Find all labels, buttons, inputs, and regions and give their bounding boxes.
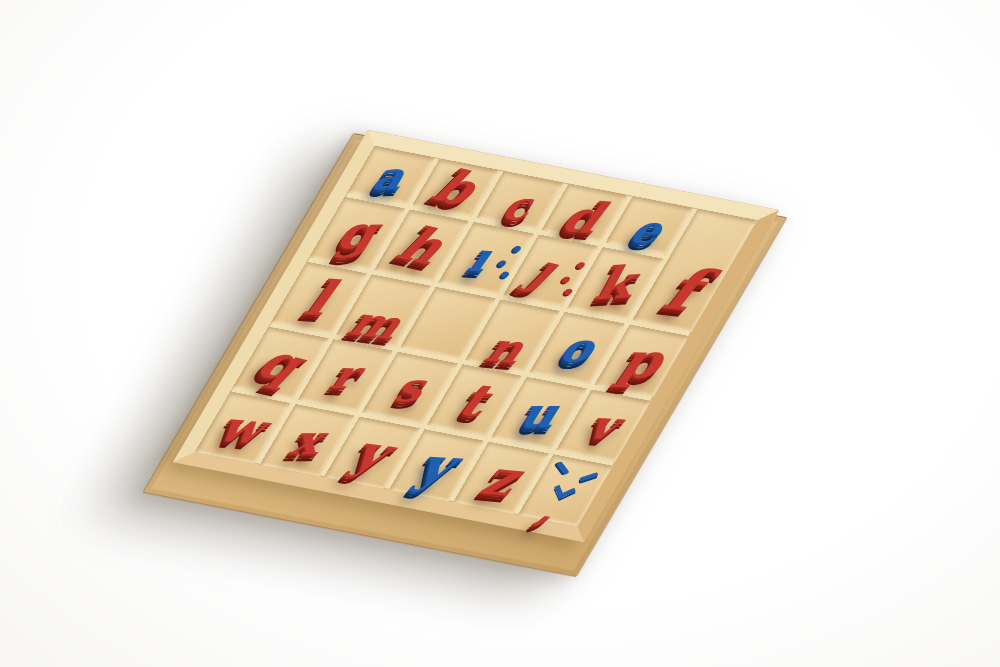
letter-k[interactable]: k (591, 260, 639, 306)
letter-z[interactable]: z (474, 453, 527, 503)
i-dot-piece[interactable] (499, 271, 509, 278)
letter-c[interactable]: c (500, 187, 535, 226)
letter-g[interactable]: g (332, 210, 382, 255)
i-dot-piece[interactable] (496, 260, 506, 267)
letter-a[interactable]: a (368, 158, 408, 196)
letter-u[interactable]: u (514, 392, 563, 433)
letter-o[interactable]: o (555, 328, 599, 367)
accent-comma-piece[interactable]: , (538, 499, 561, 519)
letter-v[interactable]: v (582, 405, 624, 445)
letter-h[interactable]: h (390, 219, 454, 272)
letter-q[interactable]: q (250, 336, 312, 388)
photo-canvas: { "game": "Montessori movable alphabet —… (0, 0, 1000, 667)
letter-y-blue[interactable]: y (410, 440, 462, 490)
j-dot-piece[interactable] (576, 262, 586, 269)
j-dot-piece[interactable] (561, 276, 571, 283)
i-dot-piece[interactable] (511, 245, 521, 252)
letter-b[interactable]: b (425, 162, 485, 213)
letter-d[interactable]: d (556, 194, 609, 239)
accent-acute-piece[interactable] (556, 461, 569, 475)
alphabet-box-scene: a b c d e f g h ı (173, 130, 779, 542)
letter-r[interactable]: r (326, 355, 365, 395)
letter-e[interactable]: e (626, 211, 668, 249)
letter-w[interactable]: w (213, 405, 271, 449)
letter-f[interactable]: f (656, 260, 710, 319)
letter-x[interactable]: x (286, 420, 328, 461)
compartment-grid: a b c d e f g h ı (195, 146, 757, 527)
letter-s[interactable]: s (391, 368, 429, 408)
letter-i[interactable]: ı (463, 238, 496, 278)
letter-y-red[interactable]: y (345, 428, 398, 477)
letter-m[interactable]: m (343, 301, 408, 345)
letter-t[interactable]: t (452, 377, 495, 423)
accent-grave-piece[interactable] (579, 472, 598, 482)
letter-l[interactable]: l (298, 273, 339, 322)
letter-n[interactable]: n (480, 328, 530, 370)
letter-j[interactable]: ȷ (523, 247, 566, 292)
j-dot-piece[interactable] (563, 288, 573, 295)
letter-p[interactable]: p (613, 336, 670, 385)
